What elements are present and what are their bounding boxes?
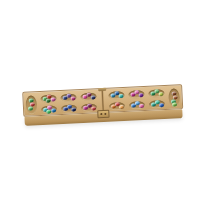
gem-stone: [118, 94, 123, 98]
board-half-left: [23, 89, 102, 116]
gem-stone: [70, 96, 75, 100]
gem-stone: [138, 104, 143, 108]
mancala-board: [22, 84, 184, 128]
gem-stone: [138, 93, 143, 97]
pit-top-4[interactable]: [108, 91, 124, 100]
pit-top-5[interactable]: [128, 90, 144, 99]
product-photo-stage: [0, 0, 200, 200]
gem-stone: [45, 99, 50, 103]
pit-bottom-6[interactable]: [149, 100, 165, 109]
gem-stone: [71, 107, 76, 111]
gem-stone: [28, 106, 33, 110]
gem-stone: [158, 92, 163, 96]
gem-stone: [90, 95, 95, 99]
gem-stone: [51, 108, 56, 112]
gem-stone: [173, 95, 178, 99]
gem-stone: [30, 102, 35, 106]
pit-top-1[interactable]: [40, 94, 56, 103]
gem-stone: [50, 97, 55, 101]
store-right[interactable]: [168, 88, 180, 108]
latch-clasp[interactable]: [97, 110, 109, 119]
pit-bottom-3[interactable]: [81, 103, 97, 112]
store-left[interactable]: [25, 95, 37, 115]
latch-pin-icon: [100, 113, 102, 115]
pit-top-6[interactable]: [148, 89, 164, 98]
pit-top-2[interactable]: [60, 93, 76, 102]
gem-stone: [46, 110, 51, 114]
hinge-icon: [98, 88, 106, 91]
latch-pin-icon: [104, 113, 106, 115]
pit-bottom-4[interactable]: [109, 102, 125, 111]
board-half-right: [103, 85, 182, 112]
pit-bottom-2[interactable]: [61, 104, 77, 113]
pit-bottom-1[interactable]: [41, 105, 57, 114]
pit-bottom-5[interactable]: [129, 101, 145, 110]
gem-stone: [172, 102, 177, 106]
pit-top-3[interactable]: [80, 92, 96, 101]
gem-stone: [118, 105, 123, 109]
gem-stone: [158, 103, 163, 107]
gem-stone: [91, 106, 96, 110]
